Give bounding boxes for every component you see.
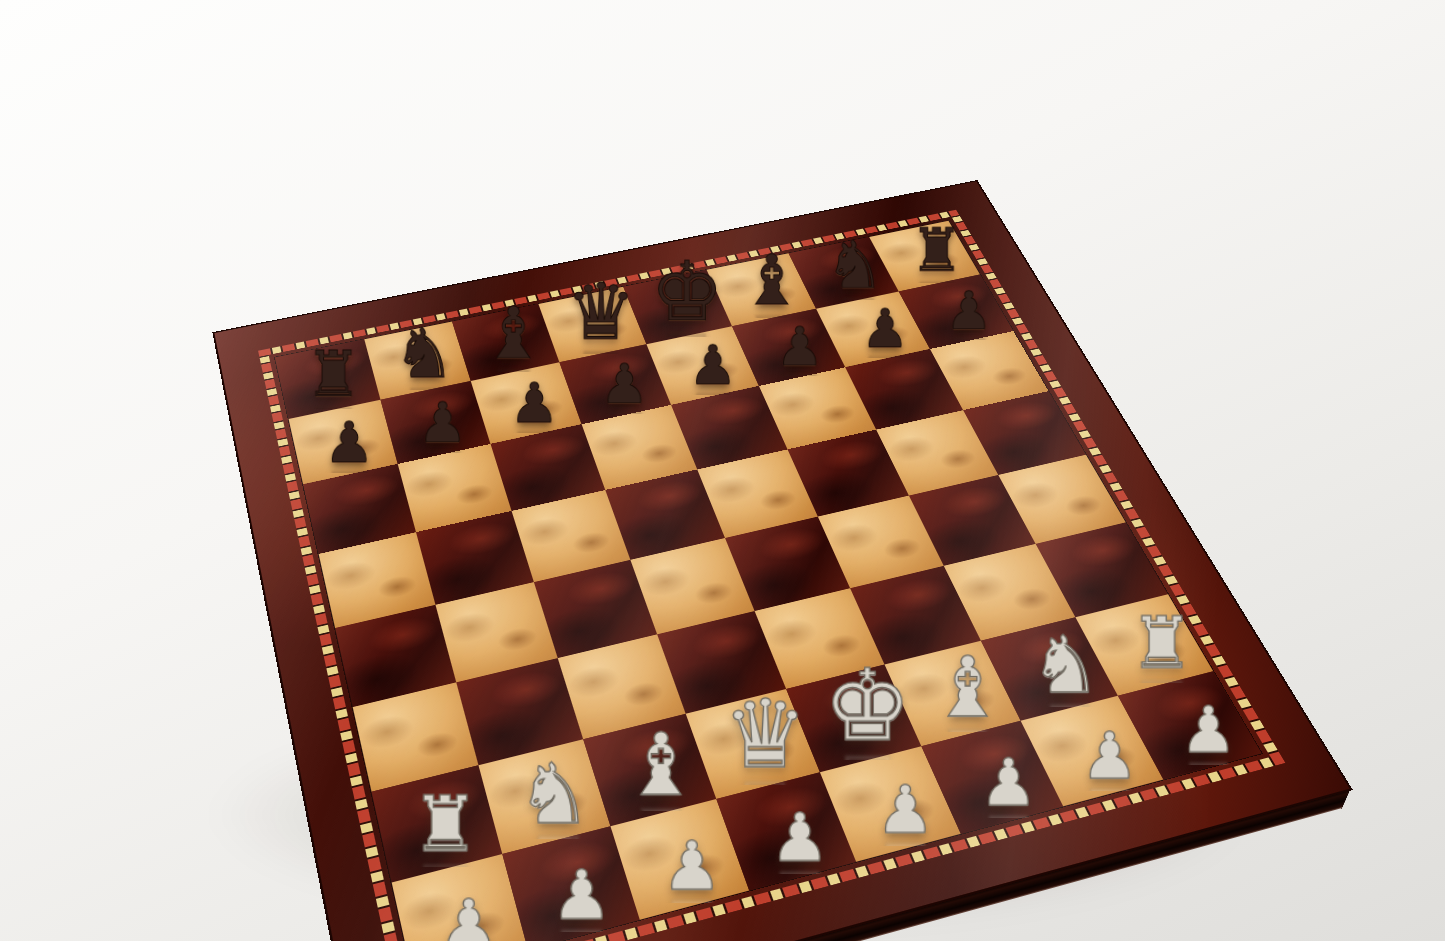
square-g4	[909, 475, 1036, 566]
piece-black-knight-b8: ♞	[379, 318, 470, 387]
piece-white-pawn-e1: ♟	[850, 777, 961, 843]
piece-black-pawn-d7: ♟	[578, 357, 670, 412]
studio-background: ♜♞♝♛♚♝♞♜♟♟♟♟♟♟♟♟♜♞♝♛♚♝♞♜♟♟♟♟♟♟♟♟	[0, 0, 1445, 941]
piece-black-rook-h8: ♜	[893, 221, 980, 280]
piece-white-pawn-a1: ♟	[411, 890, 527, 941]
piece-black-pawn-g7: ♟	[840, 302, 930, 355]
piece-white-pawn-d1: ♟	[744, 804, 856, 871]
piece-white-knight-b2: ♞	[499, 751, 610, 835]
piece-white-pawn-b1: ♟	[524, 861, 639, 929]
piece-black-bishop-f8: ♝	[728, 246, 816, 315]
piece-white-pawn-h1: ♟	[1155, 698, 1263, 762]
square-h5	[963, 391, 1086, 475]
board-perspective-wrapper: ♜♞♝♛♚♝♞♜♟♟♟♟♟♟♟♟♜♞♝♛♚♝♞♜♟♟♟♟♟♟♟♟	[214, 181, 1349, 941]
square-c4	[534, 560, 657, 658]
board-grid: ♜♞♝♛♚♝♞♜♟♟♟♟♟♟♟♟♜♞♝♛♚♝♞♜♟♟♟♟♟♟♟♟	[275, 221, 1262, 941]
piece-black-pawn-c7: ♟	[488, 376, 581, 431]
piece-black-rook-a8: ♜	[287, 343, 379, 406]
piece-white-pawn-f1: ♟	[954, 750, 1064, 815]
scene: ♜♞♝♛♚♝♞♜♟♟♟♟♟♟♟♟♜♞♝♛♚♝♞♜♟♟♟♟♟♟♟♟	[0, 0, 1445, 941]
piece-white-king-e2: ♚	[814, 656, 921, 755]
piece-white-bishop-f2: ♝	[915, 646, 1021, 729]
piece-white-queen-d2: ♛	[711, 687, 819, 781]
piece-black-knight-g8: ♞	[811, 232, 898, 298]
piece-black-pawn-h7: ♟	[924, 284, 1013, 337]
piece-white-pawn-c1: ♟	[635, 832, 749, 899]
piece-white-bishop-c2: ♝	[606, 722, 716, 808]
piece-white-rook-a2: ♜	[389, 786, 501, 863]
square-h4	[998, 455, 1125, 544]
piece-white-knight-g2: ♞	[1013, 624, 1118, 703]
piece-black-pawn-b7: ♟	[396, 395, 490, 451]
piece-black-pawn-e7: ♟	[667, 338, 759, 392]
chess-board: ♜♞♝♛♚♝♞♜♟♟♟♟♟♟♟♟♜♞♝♛♚♝♞♜♟♟♟♟♟♟♟♟	[214, 181, 1349, 941]
piece-black-pawn-f7: ♟	[754, 320, 845, 374]
piece-black-king-e8: ♚	[643, 251, 732, 333]
piece-black-queen-d8: ♛	[556, 273, 646, 351]
piece-white-pawn-g1: ♟	[1055, 724, 1164, 788]
piece-black-pawn-a7: ♟	[302, 414, 397, 470]
piece-white-rook-h2: ♜	[1110, 608, 1214, 679]
piece-black-bishop-c8: ♝	[468, 298, 558, 369]
